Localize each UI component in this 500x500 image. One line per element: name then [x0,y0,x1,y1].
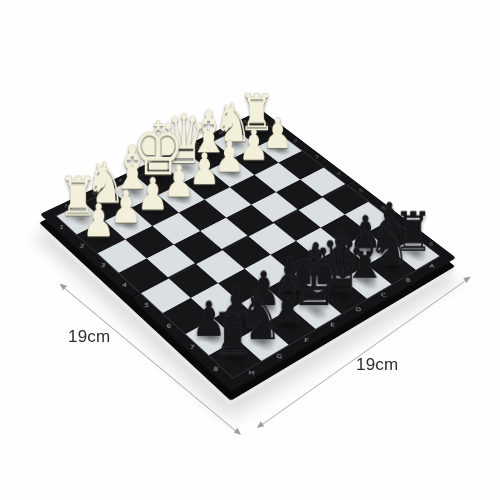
square-h3[interactable] [98,239,147,272]
board-frame: ♜♟♟♜♞♟♟♞♝♟♟♝♛♟♟♛♚♟♟♚♝♟♟♝♞♟♟♞♜♟♟♜ 1234567… [40,110,456,392]
product-photo: ♜♟♟♜♞♟♟♞♝♟♟♝♛♟♟♛♚♟♟♚♝♟♟♝♞♟♟♞♜♟♟♜ 1234567… [0,0,500,500]
coordinate-label: F [299,327,313,355]
dimension-label-left: 19cm [68,327,110,347]
dimension-label-right: 19cm [356,355,398,375]
coordinate-label: C [377,282,389,308]
piece-white-pawn[interactable]: ♟ [62,198,135,244]
coordinate-label: H [244,359,260,388]
piece-black-rook[interactable]: ♜ [194,306,273,365]
chess-board: ♜♟♟♜♞♟♟♞♝♟♟♝♛♟♟♛♚♟♟♚♝♟♟♝♞♟♟♞♜♟♟♜ 1234567… [40,110,456,392]
